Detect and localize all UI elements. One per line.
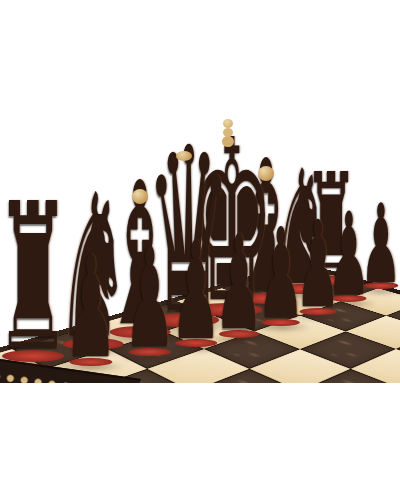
piece-black-pawn-a7: ♟ bbox=[21, 259, 161, 367]
pawn-glyph: ♟ bbox=[201, 219, 278, 349]
piece-black-knight-g8: ♞ bbox=[230, 173, 370, 295]
red-felt-base-ring bbox=[194, 303, 263, 316]
red-felt-base-ring bbox=[300, 308, 337, 315]
chess-set-product-photo: ♜♞♝♛♚♝♞♜♟♟♟♟♟♟♟♟ bbox=[0, 0, 400, 498]
knight-glyph: ♞ bbox=[55, 169, 132, 367]
red-felt-base-ring bbox=[238, 293, 294, 304]
piece-contact-shadow bbox=[130, 316, 239, 334]
piece-black-bishop-c8: ♝ bbox=[70, 187, 210, 339]
red-felt-base-ring bbox=[276, 284, 325, 294]
bishop-glyph: ♝ bbox=[102, 157, 179, 355]
piece-contact-shadow bbox=[208, 334, 270, 344]
piece-black-bishop-f8: ♝ bbox=[196, 165, 336, 305]
king-glyph: ♚ bbox=[190, 111, 267, 335]
queen-glyph: ♛ bbox=[146, 118, 223, 345]
light-wood-finial-ball bbox=[132, 189, 148, 204]
pawn-glyph: ♟ bbox=[53, 237, 130, 377]
piece-contact-shadow bbox=[251, 322, 311, 332]
piece-contact-shadow bbox=[93, 329, 187, 344]
light-wood-finial-cap bbox=[176, 151, 192, 161]
red-felt-base-ring bbox=[69, 358, 112, 366]
pawn-glyph: ♟ bbox=[158, 223, 235, 358]
light-wood-finial-ball bbox=[258, 166, 274, 181]
piece-contact-shadow bbox=[322, 299, 377, 308]
red-felt-base-ring bbox=[149, 313, 219, 327]
red-felt-base-ring bbox=[63, 338, 124, 350]
light-wood-finial-stack bbox=[223, 119, 233, 128]
pawn-glyph: ♟ bbox=[112, 230, 189, 368]
piece-contact-shadow bbox=[0, 353, 81, 369]
red-felt-base-ring bbox=[364, 282, 398, 289]
red-felt-base-ring bbox=[175, 339, 217, 347]
piece-contact-shadow bbox=[164, 343, 228, 353]
piece-contact-shadow bbox=[46, 341, 140, 356]
piece-contact-shadow bbox=[223, 296, 310, 310]
piece-black-rook-a8: ♜ bbox=[0, 208, 103, 363]
rook-glyph: ♜ bbox=[293, 154, 370, 297]
piece-black-rook-h8: ♜ bbox=[261, 176, 400, 286]
piece-contact-shadow bbox=[175, 305, 282, 322]
piece-black-queen-d8: ♛ bbox=[114, 153, 254, 328]
piece-contact-shadow bbox=[117, 351, 183, 362]
piece-black-pawn-h7: ♟ bbox=[311, 206, 400, 290]
red-felt-base-ring bbox=[219, 330, 259, 338]
knight-glyph: ♞ bbox=[262, 149, 339, 308]
piece-black-pawn-f7: ♟ bbox=[248, 224, 388, 316]
pawn-glyph: ♟ bbox=[243, 212, 320, 337]
piece-black-pawn-b7: ♟ bbox=[80, 251, 220, 357]
piece-black-pawn-e7: ♟ bbox=[211, 231, 351, 327]
piece-black-knight-b8: ♞ bbox=[23, 199, 163, 351]
piece-black-king-e8: ♚ bbox=[158, 145, 298, 317]
bishop-glyph: ♝ bbox=[228, 137, 305, 319]
piece-black-pawn-d7: ♟ bbox=[169, 239, 309, 339]
piece-contact-shadow bbox=[58, 361, 125, 372]
piece-black-pawn-c7: ♟ bbox=[126, 244, 266, 348]
red-felt-base-ring bbox=[309, 276, 353, 285]
pawn-glyph: ♟ bbox=[280, 206, 357, 326]
red-felt-base-ring bbox=[110, 326, 171, 338]
piece-black-pawn-g7: ♟ bbox=[279, 215, 400, 303]
piece-contact-shadow bbox=[355, 287, 400, 295]
rook-glyph: ♜ bbox=[0, 177, 72, 379]
photo-crop-white-area bbox=[0, 383, 400, 498]
red-felt-base-ring bbox=[2, 350, 64, 362]
pawn-glyph: ♟ bbox=[343, 189, 400, 298]
piece-contact-shadow bbox=[289, 312, 346, 321]
red-felt-base-ring bbox=[331, 295, 366, 302]
red-felt-base-ring bbox=[129, 348, 171, 356]
pawn-glyph: ♟ bbox=[311, 197, 388, 311]
piece-contact-shadow bbox=[262, 288, 338, 300]
red-felt-base-ring bbox=[262, 319, 300, 326]
piece-contact-shadow bbox=[297, 280, 365, 291]
